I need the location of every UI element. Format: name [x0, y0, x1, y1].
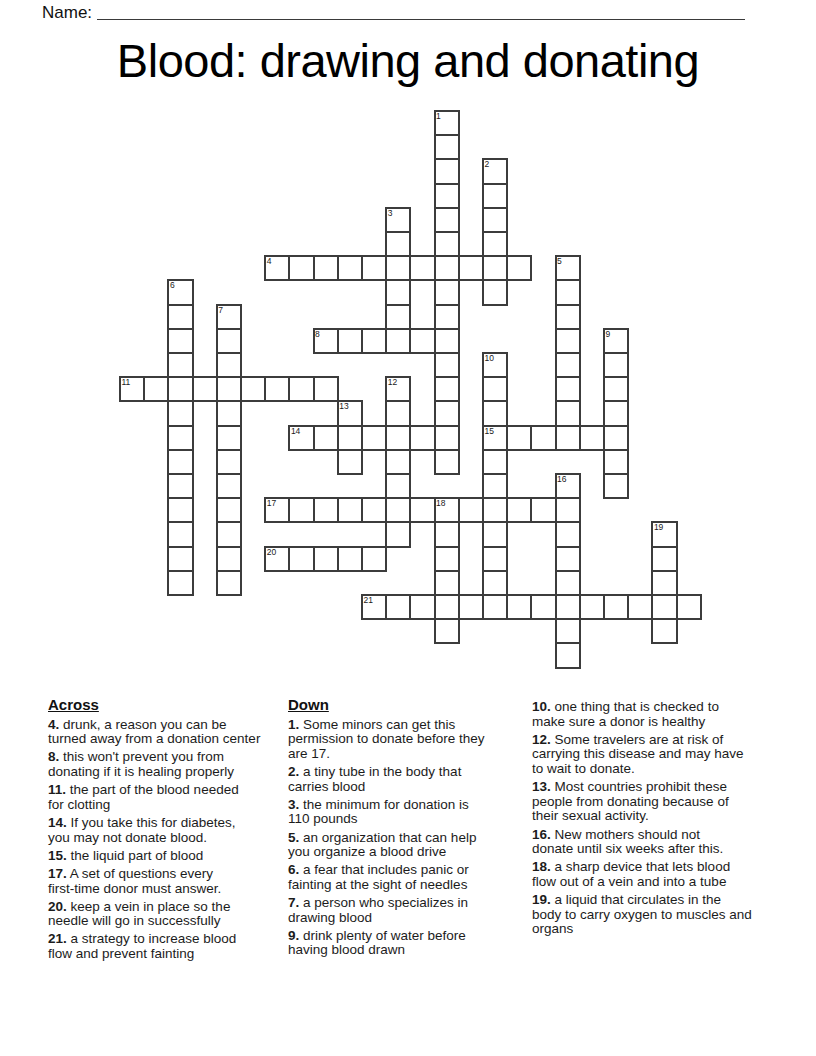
grid-cell-r16-c8[interactable] [313, 497, 339, 523]
grid-cell-r11-c13[interactable] [434, 376, 460, 402]
grid-cell-r11-c2[interactable] [167, 376, 193, 402]
grid-cell-r10-c20[interactable] [603, 352, 629, 378]
grid-cell-r17-c18[interactable] [555, 521, 581, 547]
across-header: Across [48, 698, 300, 713]
grid-cell-r12-c20[interactable] [603, 400, 629, 426]
cell-number-1: 1 [436, 112, 441, 121]
grid-cell-r18-c22[interactable] [651, 546, 677, 572]
grid-cell-r18-c2[interactable] [167, 546, 193, 572]
grid-cell-r18-c4[interactable] [216, 546, 242, 572]
grid-cell-r16-c2[interactable] [167, 497, 193, 523]
clue-number: 14. [48, 815, 67, 830]
grid-cell-r11-c4[interactable] [216, 376, 242, 402]
down-clue-19: 19. a liquid that circulates in the body… [532, 893, 790, 937]
down-clue-5: 5. an organization that can help you org… [288, 831, 530, 860]
grid-cell-r14-c11[interactable] [385, 449, 411, 475]
clue-text: Some travelers are at risk of carrying t… [532, 732, 744, 776]
down-clues-column: Down 1. Some minors can get this permiss… [288, 698, 530, 962]
clue-text: a person who specializes in drawing bloo… [288, 895, 468, 925]
grid-cell-r16-c7[interactable] [288, 497, 314, 523]
clue-text: A set of questions every first-time dono… [48, 866, 221, 896]
cell-number-20: 20 [267, 548, 276, 557]
across-clue-8: 8. this won't prevent you from donating … [48, 750, 300, 779]
clue-number: 8. [48, 749, 59, 764]
grid-cell-r13-c4[interactable] [216, 425, 242, 451]
cell-number-2: 2 [485, 160, 490, 169]
grid-cell-r12-c18[interactable] [555, 400, 581, 426]
grid-cell-r17-c2[interactable] [167, 521, 193, 547]
grid-cell-r19-c18[interactable] [555, 570, 581, 596]
grid-cell-r13-c10[interactable] [361, 425, 387, 451]
grid-cell-r20-c15[interactable] [482, 594, 508, 620]
clue-number: 10. [532, 699, 551, 714]
clue-number: 2. [288, 764, 299, 779]
grid-cell-r19-c13[interactable] [434, 570, 460, 596]
grid-cell-r8-c2[interactable] [167, 304, 193, 330]
grid-cell-r20-c13[interactable] [434, 594, 460, 620]
name-label: Name: [42, 3, 92, 23]
grid-cell-r20-c19[interactable] [579, 594, 605, 620]
clue-number: 20. [48, 899, 67, 914]
grid-cell-r9-c13[interactable] [434, 328, 460, 354]
across-clue-20: 20. keep a vein in place so the needle w… [48, 900, 300, 929]
down-clue-6: 6. a fear that includes panic or faintin… [288, 863, 530, 892]
grid-cell-r20-c17[interactable] [530, 594, 556, 620]
grid-cell-r20-c12[interactable] [409, 594, 435, 620]
name-blank-line[interactable] [97, 2, 745, 20]
across-clue-21: 21. a strategy to increase blood flow an… [48, 932, 300, 961]
grid-cell-r15-c20[interactable] [603, 473, 629, 499]
grid-cell-r14-c15[interactable] [482, 449, 508, 475]
grid-cell-r16-c9[interactable] [337, 497, 363, 523]
clue-text: a strategy to increase blood flow and pr… [48, 931, 236, 961]
grid-cell-r15-c15[interactable] [482, 473, 508, 499]
grid-cell-r9-c9[interactable] [337, 328, 363, 354]
grid-cell-r9-c18[interactable] [555, 328, 581, 354]
grid-cell-r13-c20[interactable] [603, 425, 629, 451]
grid-cell-r13-c12[interactable] [409, 425, 435, 451]
clue-number: 16. [532, 827, 551, 842]
clue-number: 3. [288, 797, 299, 812]
grid-cell-r11-c6[interactable] [264, 376, 290, 402]
clue-number: 19. [532, 892, 551, 907]
grid-cell-r19-c2[interactable] [167, 570, 193, 596]
grid-cell-r8-c13[interactable] [434, 304, 460, 330]
down-clue-7: 7. a person who specializes in drawing b… [288, 896, 530, 925]
grid-cell-r10-c18[interactable] [555, 352, 581, 378]
cell-number-9: 9 [606, 330, 611, 339]
grid-cell-r9-c4[interactable] [216, 328, 242, 354]
down-clue-list: 1. Some minors can get this permission t… [288, 718, 530, 958]
grid-cell-r21-c13[interactable] [434, 618, 460, 644]
down-clue-16: 16. New mothers should not donate until … [532, 828, 790, 857]
clue-text: Most countries prohibit these people fro… [532, 779, 729, 823]
down-clue-10: 10. one thing that is checked to make su… [532, 700, 790, 729]
grid-cell-r11-c1[interactable] [143, 376, 169, 402]
grid-cell-r13-c13[interactable] [434, 425, 460, 451]
grid-cell-r7-c18[interactable] [555, 279, 581, 305]
grid-cell-r20-c16[interactable] [506, 594, 532, 620]
cell-number-21: 21 [364, 596, 373, 605]
grid-cell-r18-c18[interactable] [555, 546, 581, 572]
grid-cell-r21-c18[interactable] [555, 618, 581, 644]
grid-cell-r11-c15[interactable] [482, 376, 508, 402]
cell-number-12: 12 [388, 378, 397, 387]
clue-text: Some minors can get this permission to d… [288, 717, 485, 761]
clue-text: a tiny tube in the body that carries blo… [288, 764, 461, 794]
clue-text: the minimum for donation is 110 pounds [288, 797, 469, 827]
grid-cell-r5-c15[interactable] [482, 231, 508, 257]
grid-cell-r6-c14[interactable] [458, 255, 484, 281]
cell-number-4: 4 [267, 257, 272, 266]
grid-cell-r6-c7[interactable] [288, 255, 314, 281]
grid-cell-r20-c14[interactable] [458, 594, 484, 620]
grid-cell-r9-c2[interactable] [167, 328, 193, 354]
down-clues-continued-column: 10. one thing that is checked to make su… [532, 700, 790, 940]
grid-cell-r13-c11[interactable] [385, 425, 411, 451]
grid-cell-r20-c20[interactable] [603, 594, 629, 620]
grid-cell-r12-c15[interactable] [482, 400, 508, 426]
grid-cell-r13-c9[interactable] [337, 425, 363, 451]
clue-text: a liquid that circulates in the body to … [532, 892, 752, 936]
cell-number-11: 11 [122, 378, 131, 387]
clue-text: keep a vein in place so the needle will … [48, 899, 230, 929]
grid-cell-r6-c16[interactable] [506, 255, 532, 281]
cell-number-13: 13 [339, 402, 348, 411]
grid-cell-r3-c15[interactable] [482, 183, 508, 209]
grid-cell-r16-c16[interactable] [506, 497, 532, 523]
clue-text: one thing that is checked to make sure a… [532, 699, 719, 729]
across-clue-list: 4. drunk, a reason you can be turned awa… [48, 718, 300, 962]
grid-cell-r6-c8[interactable] [313, 255, 339, 281]
grid-cell-r18-c10[interactable] [361, 546, 387, 572]
clue-text: a sharp device that lets blood flow out … [532, 859, 730, 889]
grid-cell-r20-c21[interactable] [627, 594, 653, 620]
grid-cell-r12-c4[interactable] [216, 400, 242, 426]
grid-cell-r11-c3[interactable] [192, 376, 218, 402]
grid-cell-r14-c9[interactable] [337, 449, 363, 475]
grid-cell-r16-c10[interactable] [361, 497, 387, 523]
clue-text: New mothers should not donate until six … [532, 827, 723, 857]
clue-text: a fear that includes panic or fainting a… [288, 862, 469, 892]
grid-cell-r13-c16[interactable] [506, 425, 532, 451]
grid-cell-r10-c2[interactable] [167, 352, 193, 378]
grid-cell-r7-c11[interactable] [385, 279, 411, 305]
grid-cell-r16-c17[interactable] [530, 497, 556, 523]
grid-cell-r18-c15[interactable] [482, 546, 508, 572]
clue-number: 4. [48, 717, 59, 732]
cell-number-10: 10 [485, 354, 494, 363]
clue-number: 15. [48, 848, 67, 863]
grid-cell-r16-c18[interactable] [555, 497, 581, 523]
down-clue-3: 3. the minimum for donation is 110 pound… [288, 798, 530, 827]
grid-cell-r4-c13[interactable] [434, 207, 460, 233]
grid-cell-r13-c2[interactable] [167, 425, 193, 451]
grid-cell-r12-c11[interactable] [385, 400, 411, 426]
grid-cell-r20-c22[interactable] [651, 594, 677, 620]
grid-cell-r13-c17[interactable] [530, 425, 556, 451]
down-clue-9: 9. drink plenty of water before having b… [288, 929, 530, 958]
grid-cell-r13-c19[interactable] [579, 425, 605, 451]
grid-cell-r5-c11[interactable] [385, 231, 411, 257]
down-clue-18: 18. a sharp device that lets blood flow … [532, 860, 790, 889]
grid-cell-r18-c9[interactable] [337, 546, 363, 572]
down-clue-13: 13. Most countries prohibit these people… [532, 780, 790, 824]
clue-number: 6. [288, 862, 299, 877]
grid-cell-r10-c4[interactable] [216, 352, 242, 378]
grid-cell-r20-c11[interactable] [385, 594, 411, 620]
grid-cell-r9-c10[interactable] [361, 328, 387, 354]
grid-cell-r11-c7[interactable] [288, 376, 314, 402]
grid-cell-r6-c15[interactable] [482, 255, 508, 281]
grid-cell-r18-c13[interactable] [434, 546, 460, 572]
grid-cell-r19-c15[interactable] [482, 570, 508, 596]
crossword-grid: 123456789101112131415161718192021 [119, 110, 705, 676]
grid-cell-r10-c13[interactable] [434, 352, 460, 378]
down-clue-list-continued: 10. one thing that is checked to make su… [532, 700, 790, 937]
grid-cell-r8-c11[interactable] [385, 304, 411, 330]
grid-cell-r11-c5[interactable] [240, 376, 266, 402]
down-clue-2: 2. a tiny tube in the body that carries … [288, 765, 530, 794]
grid-cell-r1-c13[interactable] [434, 134, 460, 160]
clue-number: 13. [532, 779, 551, 794]
grid-cell-r14-c2[interactable] [167, 449, 193, 475]
grid-cell-r9-c12[interactable] [409, 328, 435, 354]
grid-cell-r12-c2[interactable] [167, 400, 193, 426]
grid-cell-r2-c13[interactable] [434, 158, 460, 184]
across-clues-column: Across 4. drunk, a reason you can be tur… [48, 698, 300, 965]
grid-cell-r6-c11[interactable] [385, 255, 411, 281]
grid-cell-r16-c15[interactable] [482, 497, 508, 523]
cell-number-7: 7 [218, 306, 223, 315]
grid-cell-r11-c20[interactable] [603, 376, 629, 402]
grid-cell-r9-c11[interactable] [385, 328, 411, 354]
grid-cell-r11-c18[interactable] [555, 376, 581, 402]
grid-cell-r12-c13[interactable] [434, 400, 460, 426]
grid-cell-r3-c13[interactable] [434, 183, 460, 209]
grid-cell-r16-c14[interactable] [458, 497, 484, 523]
clue-text: drunk, a reason you can be turned away f… [48, 717, 260, 747]
grid-cell-r11-c8[interactable] [313, 376, 339, 402]
clue-text: the part of the blood needed for clottin… [48, 782, 239, 812]
cell-number-5: 5 [557, 257, 562, 266]
grid-cell-r17-c13[interactable] [434, 521, 460, 547]
clue-number: 17. [48, 866, 67, 881]
grid-cell-r16-c12[interactable] [409, 497, 435, 523]
grid-cell-r17-c4[interactable] [216, 521, 242, 547]
clue-number: 18. [532, 859, 551, 874]
grid-cell-r6-c9[interactable] [337, 255, 363, 281]
down-clue-12: 12. Some travelers are at risk of carryi… [532, 733, 790, 777]
grid-cell-r16-c4[interactable] [216, 497, 242, 523]
clue-text: drink plenty of water before having bloo… [288, 928, 466, 958]
grid-cell-r6-c12[interactable] [409, 255, 435, 281]
down-clue-1: 1. Some minors can get this permission t… [288, 718, 530, 762]
grid-cell-r16-c11[interactable] [385, 497, 411, 523]
grid-cell-r20-c23[interactable] [676, 594, 702, 620]
grid-cell-r17-c11[interactable] [385, 521, 411, 547]
across-clue-11: 11. the part of the blood needed for clo… [48, 783, 300, 812]
cell-number-17: 17 [267, 499, 276, 508]
clue-number: 1. [288, 717, 299, 732]
grid-cell-r6-c10[interactable] [361, 255, 387, 281]
grid-cell-r21-c22[interactable] [651, 618, 677, 644]
across-clue-17: 17. A set of questions every first-time … [48, 867, 300, 896]
across-clue-15: 15. the liquid part of blood [48, 849, 300, 864]
clue-number: 12. [532, 732, 551, 747]
clue-number: 11. [48, 782, 66, 797]
cell-number-15: 15 [485, 427, 494, 436]
grid-cell-r19-c22[interactable] [651, 570, 677, 596]
grid-cell-r14-c13[interactable] [434, 449, 460, 475]
clue-text: an organization that can help you organi… [288, 830, 476, 860]
clue-number: 5. [288, 830, 299, 845]
clue-text: If you take this for diabetes, you may n… [48, 815, 236, 845]
grid-cell-r6-c13[interactable] [434, 255, 460, 281]
cell-number-14: 14 [291, 427, 300, 436]
grid-cell-r5-c13[interactable] [434, 231, 460, 257]
cell-number-19: 19 [654, 523, 663, 532]
cell-number-6: 6 [170, 281, 175, 290]
clue-text: this won't prevent you from donating if … [48, 749, 234, 779]
grid-cell-r15-c4[interactable] [216, 473, 242, 499]
grid-cell-r13-c18[interactable] [555, 425, 581, 451]
grid-cell-r22-c18[interactable] [555, 642, 581, 668]
grid-cell-r14-c4[interactable] [216, 449, 242, 475]
cell-number-18: 18 [436, 499, 445, 508]
grid-cell-r15-c11[interactable] [385, 473, 411, 499]
cell-number-8: 8 [315, 330, 320, 339]
grid-cell-r18-c7[interactable] [288, 546, 314, 572]
cell-number-3: 3 [388, 209, 393, 218]
grid-cell-r17-c15[interactable] [482, 521, 508, 547]
clue-number: 9. [288, 928, 299, 943]
grid-cell-r8-c18[interactable] [555, 304, 581, 330]
grid-cell-r7-c13[interactable] [434, 279, 460, 305]
clue-number: 21. [48, 931, 67, 946]
clue-text: the liquid part of blood [67, 848, 204, 863]
across-clue-14: 14. If you take this for diabetes, you m… [48, 816, 300, 845]
grid-cell-r13-c8[interactable] [313, 425, 339, 451]
grid-cell-r7-c15[interactable] [482, 279, 508, 305]
grid-cell-r14-c20[interactable] [603, 449, 629, 475]
down-header: Down [288, 698, 530, 713]
grid-cell-r20-c18[interactable] [555, 594, 581, 620]
across-clue-4: 4. drunk, a reason you can be turned awa… [48, 718, 300, 747]
grid-cell-r15-c2[interactable] [167, 473, 193, 499]
page-title: Blood: drawing and donating [0, 33, 816, 89]
grid-cell-r19-c4[interactable] [216, 570, 242, 596]
cell-number-16: 16 [557, 475, 566, 484]
clue-number: 7. [288, 895, 299, 910]
grid-cell-r4-c15[interactable] [482, 207, 508, 233]
grid-cell-r18-c8[interactable] [313, 546, 339, 572]
